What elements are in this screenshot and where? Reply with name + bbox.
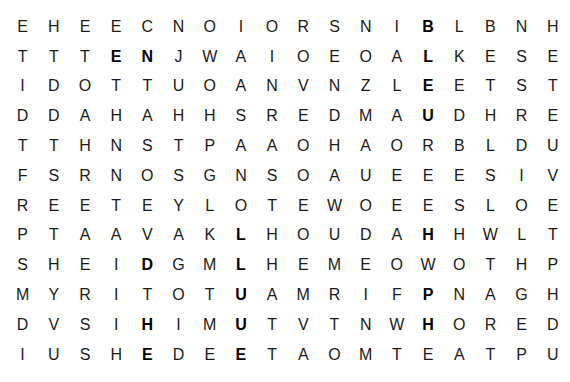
grid-cell[interactable]: T [38,131,69,161]
grid-cell[interactable]: D [163,340,194,370]
grid-cell[interactable]: L [381,72,412,102]
grid-cell[interactable]: L [194,191,225,221]
grid-cell[interactable]: O [288,42,319,72]
grid-cell[interactable]: O [69,72,100,102]
grid-cell[interactable]: I [101,250,132,280]
grid-cell[interactable]: H [132,310,163,340]
grid-cell[interactable]: O [506,191,537,221]
grid-cell[interactable]: O [319,340,350,370]
grid-cell[interactable]: P [412,280,443,310]
grid-cell[interactable]: G [194,161,225,191]
grid-cell[interactable]: Y [163,191,194,221]
grid-cell[interactable]: E [101,12,132,42]
grid-cell[interactable]: B [412,12,443,42]
grid-cell[interactable]: A [163,221,194,251]
grid-cell[interactable]: A [69,101,100,131]
grid-cell[interactable]: T [537,72,568,102]
grid-cell[interactable]: T [132,72,163,102]
grid-cell[interactable]: I [257,42,288,72]
grid-cell[interactable]: R [69,280,100,310]
grid-cell[interactable]: S [7,250,38,280]
grid-cell[interactable]: E [132,340,163,370]
grid-cell[interactable]: L [475,131,506,161]
grid-cell[interactable]: V [132,221,163,251]
word-search-board[interactable]: EHEECNOIORSNIBLBNHTTTENJWAIOEOALKESEIDOT… [7,12,568,370]
grid-cell[interactable]: T [38,42,69,72]
grid-cell[interactable]: U [225,280,256,310]
grid-cell[interactable]: T [38,221,69,251]
grid-cell[interactable]: A [444,340,475,370]
grid-cell[interactable]: E [537,42,568,72]
grid-cell[interactable]: E [444,72,475,102]
grid-cell[interactable]: Y [38,280,69,310]
grid-cell[interactable]: E [537,101,568,131]
grid-cell[interactable]: I [7,340,38,370]
grid-cell[interactable]: O [444,310,475,340]
grid-cell[interactable]: O [350,191,381,221]
grid-cell[interactable]: E [69,12,100,42]
grid-cell[interactable]: C [132,12,163,42]
grid-cell[interactable]: T [69,42,100,72]
grid-cell[interactable]: I [506,161,537,191]
grid-cell[interactable]: S [475,161,506,191]
grid-cell[interactable]: A [132,101,163,131]
grid-cell[interactable]: E [506,310,537,340]
grid-cell[interactable]: I [101,280,132,310]
grid-cell[interactable]: H [38,250,69,280]
grid-cell[interactable]: H [163,101,194,131]
grid-cell[interactable]: H [319,131,350,161]
grid-cell[interactable]: D [38,72,69,102]
grid-cell[interactable]: H [506,250,537,280]
grid-cell[interactable]: P [194,131,225,161]
grid-cell[interactable]: M [7,280,38,310]
grid-cell[interactable]: A [350,131,381,161]
grid-cell[interactable]: T [194,280,225,310]
grid-cell[interactable]: I [7,72,38,102]
grid-cell[interactable]: H [101,340,132,370]
grid-cell[interactable]: M [288,280,319,310]
grid-cell[interactable]: S [506,72,537,102]
grid-cell[interactable]: V [288,72,319,102]
grid-cell[interactable]: S [225,101,256,131]
grid-cell[interactable]: L [444,12,475,42]
grid-cell[interactable]: D [444,101,475,131]
grid-cell[interactable]: A [288,340,319,370]
grid-cell[interactable]: H [69,131,100,161]
grid-cell[interactable]: E [69,191,100,221]
grid-cell[interactable]: E [194,340,225,370]
grid-cell[interactable]: A [381,221,412,251]
grid-cell[interactable]: E [537,191,568,221]
grid-cell[interactable]: W [194,42,225,72]
grid-cell[interactable]: R [475,310,506,340]
grid-cell[interactable]: A [381,42,412,72]
grid-cell[interactable]: E [38,191,69,221]
grid-cell[interactable]: S [69,340,100,370]
grid-cell[interactable]: S [319,12,350,42]
grid-cell[interactable]: T [163,131,194,161]
grid-cell[interactable]: M [194,310,225,340]
grid-cell[interactable]: O [194,12,225,42]
grid-cell[interactable]: M [350,101,381,131]
grid-cell[interactable]: H [38,12,69,42]
grid-cell[interactable]: N [101,131,132,161]
grid-cell[interactable]: E [381,161,412,191]
grid-cell[interactable]: N [350,310,381,340]
grid-cell[interactable]: G [506,280,537,310]
grid-cell[interactable]: T [101,191,132,221]
grid-cell[interactable]: O [381,131,412,161]
grid-cell[interactable]: O [350,42,381,72]
grid-cell[interactable]: H [412,310,443,340]
grid-cell[interactable]: T [7,42,38,72]
grid-cell[interactable]: D [319,101,350,131]
grid-cell[interactable]: M [194,250,225,280]
grid-cell[interactable]: U [38,340,69,370]
grid-cell[interactable]: N [132,42,163,72]
grid-cell[interactable]: V [38,310,69,340]
grid-cell[interactable]: S [132,131,163,161]
grid-cell[interactable]: E [319,42,350,72]
grid-cell[interactable]: E [412,161,443,191]
grid-cell[interactable]: R [288,12,319,42]
grid-cell[interactable]: E [350,250,381,280]
grid-cell[interactable]: E [288,191,319,221]
grid-cell[interactable]: A [225,72,256,102]
grid-cell[interactable]: T [381,340,412,370]
grid-cell[interactable]: E [412,72,443,102]
grid-cell[interactable]: N [506,12,537,42]
grid-cell[interactable]: W [381,310,412,340]
grid-cell[interactable]: P [506,340,537,370]
grid-cell[interactable]: E [444,161,475,191]
grid-cell[interactable]: H [444,221,475,251]
grid-cell[interactable]: L [225,250,256,280]
grid-cell[interactable]: D [38,101,69,131]
grid-cell[interactable]: J [163,42,194,72]
grid-cell[interactable]: H [257,250,288,280]
grid-cell[interactable]: A [319,161,350,191]
grid-cell[interactable]: A [225,42,256,72]
grid-cell[interactable]: E [412,191,443,221]
grid-cell[interactable]: T [257,340,288,370]
grid-cell[interactable]: E [225,340,256,370]
grid-cell[interactable]: O [288,221,319,251]
grid-cell[interactable]: U [412,101,443,131]
grid-cell[interactable]: O [163,280,194,310]
grid-cell[interactable]: N [319,72,350,102]
grid-cell[interactable]: N [225,161,256,191]
grid-cell[interactable]: H [537,12,568,42]
grid-cell[interactable]: O [288,131,319,161]
grid-cell[interactable]: H [194,101,225,131]
grid-cell[interactable]: G [163,250,194,280]
grid-cell[interactable]: U [537,340,568,370]
grid-cell[interactable]: T [7,131,38,161]
grid-cell[interactable]: D [7,310,38,340]
grid-cell[interactable]: T [101,72,132,102]
grid-cell[interactable]: P [7,221,38,251]
grid-cell[interactable]: D [350,221,381,251]
grid-cell[interactable]: K [444,42,475,72]
grid-cell[interactable]: I [225,12,256,42]
grid-cell[interactable]: R [506,101,537,131]
grid-cell[interactable]: N [257,72,288,102]
grid-cell[interactable]: R [69,161,100,191]
grid-cell[interactable]: R [412,131,443,161]
grid-cell[interactable]: V [288,310,319,340]
grid-cell[interactable]: U [225,310,256,340]
grid-cell[interactable]: E [288,250,319,280]
grid-cell[interactable]: D [7,101,38,131]
grid-cell[interactable]: A [69,221,100,251]
grid-cell[interactable]: B [475,12,506,42]
grid-cell[interactable]: S [163,161,194,191]
grid-cell[interactable]: E [381,191,412,221]
grid-cell[interactable]: A [257,131,288,161]
grid-cell[interactable]: F [381,280,412,310]
grid-cell[interactable]: S [506,42,537,72]
grid-cell[interactable]: I [163,310,194,340]
grid-cell[interactable]: O [288,161,319,191]
grid-cell[interactable]: T [257,191,288,221]
grid-cell[interactable]: A [475,280,506,310]
grid-cell[interactable]: A [381,101,412,131]
grid-cell[interactable]: R [7,191,38,221]
grid-cell[interactable]: H [412,221,443,251]
grid-cell[interactable]: E [412,340,443,370]
grid-cell[interactable]: O [225,191,256,221]
grid-cell[interactable]: T [475,250,506,280]
grid-cell[interactable]: I [381,12,412,42]
grid-cell[interactable]: L [225,221,256,251]
grid-cell[interactable]: O [194,72,225,102]
grid-cell[interactable]: W [319,191,350,221]
grid-cell[interactable]: N [163,12,194,42]
grid-cell[interactable]: E [475,42,506,72]
grid-cell[interactable]: L [412,42,443,72]
grid-cell[interactable]: I [101,310,132,340]
grid-cell[interactable]: T [319,310,350,340]
grid-cell[interactable]: E [69,250,100,280]
grid-cell[interactable]: T [537,221,568,251]
grid-cell[interactable]: U [537,131,568,161]
grid-cell[interactable]: U [350,161,381,191]
grid-cell[interactable]: T [257,310,288,340]
grid-cell[interactable]: E [101,42,132,72]
grid-cell[interactable]: L [506,221,537,251]
grid-cell[interactable]: S [38,161,69,191]
grid-cell[interactable]: T [132,280,163,310]
grid-cell[interactable]: T [475,340,506,370]
grid-cell[interactable]: H [101,101,132,131]
grid-cell[interactable]: A [225,131,256,161]
grid-cell[interactable]: D [537,310,568,340]
grid-cell[interactable]: L [475,191,506,221]
grid-cell[interactable]: H [257,221,288,251]
grid-cell[interactable]: A [257,280,288,310]
grid-cell[interactable]: A [101,221,132,251]
grid-cell[interactable]: D [506,131,537,161]
grid-cell[interactable]: I [350,280,381,310]
grid-cell[interactable]: E [7,12,38,42]
grid-cell[interactable]: E [132,191,163,221]
grid-cell[interactable]: S [444,191,475,221]
grid-cell[interactable]: T [475,72,506,102]
grid-cell[interactable]: P [537,250,568,280]
grid-cell[interactable]: R [257,101,288,131]
grid-cell[interactable]: V [537,161,568,191]
grid-cell[interactable]: O [257,12,288,42]
grid-cell[interactable]: U [163,72,194,102]
grid-cell[interactable]: S [69,310,100,340]
grid-cell[interactable]: K [194,221,225,251]
grid-cell[interactable]: O [381,250,412,280]
grid-cell[interactable]: O [132,161,163,191]
grid-cell[interactable]: U [319,221,350,251]
grid-cell[interactable]: N [350,12,381,42]
grid-cell[interactable]: D [132,250,163,280]
grid-cell[interactable]: B [444,131,475,161]
grid-cell[interactable]: F [7,161,38,191]
grid-cell[interactable]: Z [350,72,381,102]
grid-cell[interactable]: H [475,101,506,131]
grid-cell[interactable]: S [257,161,288,191]
grid-cell[interactable]: W [412,250,443,280]
grid-cell[interactable]: N [444,280,475,310]
grid-cell[interactable]: H [537,280,568,310]
grid-cell[interactable]: W [475,221,506,251]
grid-cell[interactable]: M [319,250,350,280]
grid-cell[interactable]: N [101,161,132,191]
grid-cell[interactable]: M [350,340,381,370]
grid-cell[interactable]: R [319,280,350,310]
grid-cell[interactable]: O [444,250,475,280]
grid-cell[interactable]: E [288,101,319,131]
